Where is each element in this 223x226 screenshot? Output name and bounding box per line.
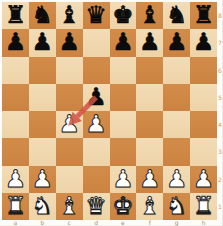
square-f2[interactable]: ♟: [136, 166, 163, 193]
file-label-a: a: [2, 219, 29, 226]
square-e5[interactable]: [110, 84, 137, 111]
square-a8[interactable]: ♜: [2, 2, 29, 29]
square-c6[interactable]: [56, 57, 83, 84]
black-pawn-d5[interactable]: ♟: [85, 84, 107, 111]
square-a2[interactable]: ♟: [2, 166, 29, 193]
square-e6[interactable]: [110, 57, 137, 84]
white-pawn-f2[interactable]: ♟: [139, 166, 161, 193]
square-e4[interactable]: [110, 111, 137, 138]
file-label-h: h: [190, 219, 217, 226]
square-d5[interactable]: ♟: [83, 84, 110, 111]
file-label-e: e: [110, 219, 137, 226]
square-b4[interactable]: [29, 111, 56, 138]
white-bishop-f1[interactable]: ♝: [139, 193, 161, 220]
square-h3[interactable]: [190, 138, 217, 165]
square-e7[interactable]: ♟: [110, 29, 137, 56]
white-pawn-h2[interactable]: ♟: [193, 166, 215, 193]
square-g7[interactable]: ♟: [163, 29, 190, 56]
white-knight-g1[interactable]: ♞: [166, 193, 188, 220]
rank-label-2: 2: [217, 166, 223, 193]
black-pawn-h7[interactable]: ♟: [193, 29, 215, 56]
square-h1[interactable]: ♜: [190, 193, 217, 220]
square-e2[interactable]: ♟: [110, 166, 137, 193]
rank-label-1: 1: [217, 193, 223, 220]
black-pawn-g7[interactable]: ♟: [166, 29, 188, 56]
square-f8[interactable]: ♝: [136, 2, 163, 29]
black-rook-h8[interactable]: ♜: [193, 2, 215, 29]
square-g5[interactable]: [163, 84, 190, 111]
square-c7[interactable]: ♟: [56, 29, 83, 56]
square-f6[interactable]: [136, 57, 163, 84]
square-a5[interactable]: [2, 84, 29, 111]
black-rook-a8[interactable]: ♜: [5, 2, 27, 29]
square-h2[interactable]: ♟: [190, 166, 217, 193]
square-h7[interactable]: ♟: [190, 29, 217, 56]
white-bishop-c1[interactable]: ♝: [58, 193, 80, 220]
white-pawn-c4[interactable]: ♟: [58, 111, 80, 138]
square-a6[interactable]: [2, 57, 29, 84]
square-b3[interactable]: [29, 138, 56, 165]
square-f7[interactable]: ♟: [136, 29, 163, 56]
square-g1[interactable]: ♞: [163, 193, 190, 220]
square-f4[interactable]: [136, 111, 163, 138]
black-knight-b8[interactable]: ♞: [32, 2, 54, 29]
square-a3[interactable]: [2, 138, 29, 165]
square-d8[interactable]: ♛: [83, 2, 110, 29]
square-b8[interactable]: ♞: [29, 2, 56, 29]
white-queen-d1[interactable]: ♛: [85, 193, 107, 220]
square-c8[interactable]: ♝: [56, 2, 83, 29]
square-b2[interactable]: ♟: [29, 166, 56, 193]
square-e1[interactable]: ♚: [110, 193, 137, 220]
square-c5[interactable]: [56, 84, 83, 111]
square-b1[interactable]: ♞: [29, 193, 56, 220]
white-knight-b1[interactable]: ♞: [32, 193, 54, 220]
file-label-f: f: [136, 219, 163, 226]
white-pawn-e2[interactable]: ♟: [112, 166, 134, 193]
square-c2[interactable]: [56, 166, 83, 193]
file-label-c: c: [56, 219, 83, 226]
rank-label-5: 5: [217, 84, 223, 111]
chess-board: ♜♞♝♛♚♝♞♜♟♟♟♟♟♟♟♟♟♟♟♟♟♟♟♟♜♞♝♛♚♝♞♜: [2, 2, 217, 220]
square-f3[interactable]: [136, 138, 163, 165]
black-queen-d8[interactable]: ♛: [85, 2, 107, 29]
white-pawn-d4[interactable]: ♟: [85, 111, 107, 138]
square-b6[interactable]: [29, 57, 56, 84]
square-g2[interactable]: ♟: [163, 166, 190, 193]
square-d1[interactable]: ♛: [83, 193, 110, 220]
white-rook-h1[interactable]: ♜: [193, 193, 215, 220]
square-b7[interactable]: ♟: [29, 29, 56, 56]
square-g8[interactable]: ♞: [163, 2, 190, 29]
file-label-g: g: [163, 219, 190, 226]
square-e8[interactable]: ♚: [110, 2, 137, 29]
black-bishop-c8[interactable]: ♝: [58, 2, 80, 29]
square-f5[interactable]: [136, 84, 163, 111]
square-c1[interactable]: ♝: [56, 193, 83, 220]
white-rook-a1[interactable]: ♜: [5, 193, 27, 220]
square-a4[interactable]: [2, 111, 29, 138]
black-knight-g8[interactable]: ♞: [166, 2, 188, 29]
white-pawn-b2[interactable]: ♟: [32, 166, 54, 193]
square-d7[interactable]: [83, 29, 110, 56]
black-pawn-b7[interactable]: ♟: [32, 29, 54, 56]
black-pawn-f7[interactable]: ♟: [139, 29, 161, 56]
square-g4[interactable]: [163, 111, 190, 138]
white-pawn-a2[interactable]: ♟: [5, 166, 27, 193]
file-label-b: b: [29, 219, 56, 226]
square-e3[interactable]: [110, 138, 137, 165]
square-h4[interactable]: [190, 111, 217, 138]
square-d6[interactable]: [83, 57, 110, 84]
rank-label-3: 3: [217, 138, 223, 165]
file-label-d: d: [83, 219, 110, 226]
black-pawn-c7[interactable]: ♟: [58, 29, 80, 56]
square-b5[interactable]: [29, 84, 56, 111]
square-d2[interactable]: [83, 166, 110, 193]
chess-board-screenshot: ♜♞♝♛♚♝♞♜♟♟♟♟♟♟♟♟♟♟♟♟♟♟♟♟♜♞♝♛♚♝♞♜ 8765432…: [0, 0, 223, 226]
white-pawn-g2[interactable]: ♟: [166, 166, 188, 193]
white-king-e1[interactable]: ♚: [112, 193, 134, 220]
black-king-e8[interactable]: ♚: [112, 2, 134, 29]
square-c4[interactable]: ♟: [56, 111, 83, 138]
rank-label-8: 8: [217, 2, 223, 29]
rank-label-4: 4: [217, 111, 223, 138]
square-h6[interactable]: [190, 57, 217, 84]
square-c3[interactable]: [56, 138, 83, 165]
square-h5[interactable]: [190, 84, 217, 111]
square-g6[interactable]: [163, 57, 190, 84]
square-a7[interactable]: ♟: [2, 29, 29, 56]
black-bishop-f8[interactable]: ♝: [139, 2, 161, 29]
black-pawn-e7[interactable]: ♟: [112, 29, 134, 56]
rank-label-7: 7: [217, 29, 223, 56]
square-h8[interactable]: ♜: [190, 2, 217, 29]
square-f1[interactable]: ♝: [136, 193, 163, 220]
square-a1[interactable]: ♜: [2, 193, 29, 220]
black-pawn-a7[interactable]: ♟: [5, 29, 27, 56]
square-g3[interactable]: [163, 138, 190, 165]
square-d3[interactable]: [83, 138, 110, 165]
square-d4[interactable]: ♟: [83, 111, 110, 138]
rank-label-6: 6: [217, 57, 223, 84]
